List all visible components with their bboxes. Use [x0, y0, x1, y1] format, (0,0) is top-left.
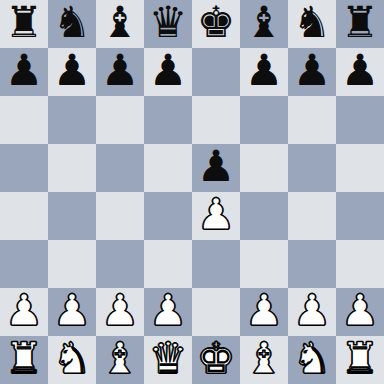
square-c4[interactable]	[96, 192, 144, 240]
square-d4[interactable]	[144, 192, 192, 240]
black-pawn-piece: ♟	[149, 48, 188, 94]
square-b7[interactable]: ♟	[48, 48, 96, 96]
square-a1[interactable]: ♜	[0, 336, 48, 384]
black-pawn-piece: ♟	[5, 48, 44, 94]
black-rook-piece: ♜	[341, 0, 380, 46]
square-b2[interactable]: ♟	[48, 288, 96, 336]
square-g3[interactable]	[288, 240, 336, 288]
black-pawn-piece: ♟	[293, 48, 332, 94]
white-rook-piece: ♜	[5, 336, 44, 382]
square-e5[interactable]: ♟	[192, 144, 240, 192]
square-d1[interactable]: ♛	[144, 336, 192, 384]
square-b6[interactable]	[48, 96, 96, 144]
square-f5[interactable]	[240, 144, 288, 192]
square-c2[interactable]: ♟	[96, 288, 144, 336]
black-bishop-piece: ♝	[101, 0, 140, 46]
square-h5[interactable]	[336, 144, 384, 192]
square-b4[interactable]	[48, 192, 96, 240]
square-h4[interactable]	[336, 192, 384, 240]
white-queen-piece: ♛	[149, 336, 188, 382]
square-h8[interactable]: ♜	[336, 0, 384, 48]
square-c6[interactable]	[96, 96, 144, 144]
square-d8[interactable]: ♛	[144, 0, 192, 48]
black-bishop-piece: ♝	[245, 0, 284, 46]
black-pawn-piece: ♟	[245, 48, 284, 94]
square-a2[interactable]: ♟	[0, 288, 48, 336]
square-f8[interactable]: ♝	[240, 0, 288, 48]
black-queen-piece: ♛	[149, 0, 188, 46]
square-c1[interactable]: ♝	[96, 336, 144, 384]
square-d3[interactable]	[144, 240, 192, 288]
square-a3[interactable]	[0, 240, 48, 288]
white-bishop-piece: ♝	[101, 336, 140, 382]
square-f4[interactable]	[240, 192, 288, 240]
square-c8[interactable]: ♝	[96, 0, 144, 48]
square-d5[interactable]	[144, 144, 192, 192]
white-knight-piece: ♞	[53, 336, 92, 382]
square-c5[interactable]	[96, 144, 144, 192]
square-a7[interactable]: ♟	[0, 48, 48, 96]
square-e8[interactable]: ♚	[192, 0, 240, 48]
white-pawn-piece: ♟	[341, 288, 380, 334]
square-d6[interactable]	[144, 96, 192, 144]
square-g6[interactable]	[288, 96, 336, 144]
square-e4[interactable]: ♟	[192, 192, 240, 240]
square-e3[interactable]	[192, 240, 240, 288]
square-g7[interactable]: ♟	[288, 48, 336, 96]
square-f6[interactable]	[240, 96, 288, 144]
square-f3[interactable]	[240, 240, 288, 288]
square-g4[interactable]	[288, 192, 336, 240]
square-f1[interactable]: ♝	[240, 336, 288, 384]
square-b5[interactable]	[48, 144, 96, 192]
square-e6[interactable]	[192, 96, 240, 144]
square-f2[interactable]: ♟	[240, 288, 288, 336]
black-pawn-piece: ♟	[197, 144, 236, 190]
white-pawn-piece: ♟	[293, 288, 332, 334]
square-g5[interactable]	[288, 144, 336, 192]
white-pawn-piece: ♟	[245, 288, 284, 334]
square-d2[interactable]: ♟	[144, 288, 192, 336]
square-e1[interactable]: ♚	[192, 336, 240, 384]
square-f7[interactable]: ♟	[240, 48, 288, 96]
square-a5[interactable]	[0, 144, 48, 192]
white-knight-piece: ♞	[293, 336, 332, 382]
white-pawn-piece: ♟	[5, 288, 44, 334]
black-knight-piece: ♞	[53, 0, 92, 46]
white-bishop-piece: ♝	[245, 336, 284, 382]
white-king-piece: ♚	[197, 336, 236, 382]
white-pawn-piece: ♟	[149, 288, 188, 334]
square-e7[interactable]	[192, 48, 240, 96]
square-a4[interactable]	[0, 192, 48, 240]
square-a8[interactable]: ♜	[0, 0, 48, 48]
square-b3[interactable]	[48, 240, 96, 288]
square-b1[interactable]: ♞	[48, 336, 96, 384]
chess-board: ♜♞♝♛♚♝♞♜♟♟♟♟♟♟♟♟♟♟♟♟♟♟♟♟♜♞♝♛♚♝♞♜	[0, 0, 384, 384]
black-pawn-piece: ♟	[341, 48, 380, 94]
square-g2[interactable]: ♟	[288, 288, 336, 336]
square-b8[interactable]: ♞	[48, 0, 96, 48]
square-h6[interactable]	[336, 96, 384, 144]
white-rook-piece: ♜	[341, 336, 380, 382]
square-g8[interactable]: ♞	[288, 0, 336, 48]
black-pawn-piece: ♟	[101, 48, 140, 94]
square-c7[interactable]: ♟	[96, 48, 144, 96]
black-rook-piece: ♜	[5, 0, 44, 46]
white-pawn-piece: ♟	[53, 288, 92, 334]
square-c3[interactable]	[96, 240, 144, 288]
square-h2[interactable]: ♟	[336, 288, 384, 336]
square-d7[interactable]: ♟	[144, 48, 192, 96]
black-king-piece: ♚	[197, 0, 236, 46]
square-h7[interactable]: ♟	[336, 48, 384, 96]
black-pawn-piece: ♟	[53, 48, 92, 94]
square-h3[interactable]	[336, 240, 384, 288]
white-pawn-piece: ♟	[197, 192, 236, 238]
black-knight-piece: ♞	[293, 0, 332, 46]
square-e2[interactable]	[192, 288, 240, 336]
square-a6[interactable]	[0, 96, 48, 144]
white-pawn-piece: ♟	[101, 288, 140, 334]
square-h1[interactable]: ♜	[336, 336, 384, 384]
square-g1[interactable]: ♞	[288, 336, 336, 384]
